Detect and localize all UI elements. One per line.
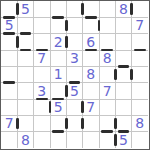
cell-r3c8[interactable]: [115, 34, 131, 50]
cell-r8c7[interactable]: [99, 115, 115, 131]
cell-r1c1[interactable]: [1, 1, 17, 17]
given-digit: 8: [119, 2, 128, 16]
cell-r6c5[interactable]: 5: [66, 83, 82, 99]
cell-r9c5[interactable]: [66, 132, 82, 148]
given-digit: 7: [86, 100, 95, 114]
consecutive-bar-horizontal: [134, 49, 146, 52]
cell-r8c1[interactable]: 7: [1, 115, 17, 131]
cell-r6c2[interactable]: [17, 83, 33, 99]
cell-r8c6[interactable]: [83, 115, 99, 131]
cell-r1c6[interactable]: [83, 1, 99, 17]
cell-r2c4[interactable]: [50, 17, 66, 33]
consecutive-bar-horizontal: [20, 49, 32, 52]
cell-r8c9[interactable]: 8: [132, 115, 148, 131]
cell-r7c1[interactable]: [1, 99, 17, 115]
given-digit: 5: [70, 84, 79, 98]
given-digit: 5: [119, 133, 128, 147]
cell-r2c6[interactable]: [83, 17, 99, 33]
consecutive-bar-horizontal: [101, 130, 113, 133]
cell-r6c9[interactable]: [132, 83, 148, 99]
cell-r6c3[interactable]: 3: [34, 83, 50, 99]
cell-r5c6[interactable]: 8: [83, 66, 99, 82]
cell-r5c2[interactable]: [17, 66, 33, 82]
cell-r9c6[interactable]: [83, 132, 99, 148]
cell-r3c4[interactable]: 2: [50, 34, 66, 50]
cell-r8c3[interactable]: [34, 115, 50, 131]
consecutive-bar-vertical: [98, 20, 101, 32]
cell-r7c7[interactable]: [99, 99, 115, 115]
given-digit: 7: [5, 116, 14, 130]
given-digit: 7: [37, 51, 46, 65]
cell-r5c5[interactable]: [66, 66, 82, 82]
cell-r3c7[interactable]: [99, 34, 115, 50]
puzzle-board: 58572673818357577885: [0, 0, 150, 150]
given-digit: 6: [86, 35, 95, 49]
consecutive-bar-vertical: [130, 3, 133, 15]
consecutive-bar-vertical: [114, 118, 117, 130]
cell-r9c7[interactable]: [99, 132, 115, 148]
cell-r9c4[interactable]: [50, 132, 66, 148]
consecutive-bar-horizontal: [52, 130, 64, 133]
consecutive-bar-vertical: [114, 134, 117, 146]
cell-r2c9[interactable]: 7: [132, 17, 148, 33]
cell-r5c7[interactable]: [99, 66, 115, 82]
cell-r1c4[interactable]: [50, 1, 66, 17]
cell-r4c4[interactable]: [50, 50, 66, 66]
board-inner: 58572673818357577885: [1, 1, 148, 148]
cell-r1c5[interactable]: [66, 1, 82, 17]
given-digit: 7: [103, 84, 112, 98]
consecutive-bar-vertical: [16, 36, 19, 48]
cell-r9c3[interactable]: [34, 132, 50, 148]
consecutive-bar-horizontal: [69, 81, 81, 84]
cell-r9c9[interactable]: [132, 132, 148, 148]
given-digit: 8: [103, 51, 112, 65]
cell-r4c3[interactable]: 7: [34, 50, 50, 66]
given-digit: 5: [54, 100, 63, 114]
cell-r9c1[interactable]: [1, 132, 17, 148]
cell-r1c7[interactable]: [99, 1, 115, 17]
consecutive-bar-vertical: [130, 69, 133, 81]
cell-r4c5[interactable]: 3: [66, 50, 82, 66]
cell-r3c6[interactable]: 6: [83, 34, 99, 50]
cell-r3c9[interactable]: [132, 34, 148, 50]
given-digit: 5: [5, 18, 14, 32]
given-digit: 1: [54, 67, 63, 81]
cell-r2c5[interactable]: [66, 17, 82, 33]
cell-r6c1[interactable]: [1, 83, 17, 99]
consecutive-bar-horizontal: [52, 16, 64, 19]
cell-r7c3[interactable]: [34, 99, 50, 115]
cell-r5c3[interactable]: [34, 66, 50, 82]
consecutive-bar-vertical: [65, 20, 68, 32]
cell-r2c3[interactable]: [34, 17, 50, 33]
cell-r7c2[interactable]: [17, 99, 33, 115]
consecutive-bar-horizontal: [118, 65, 130, 68]
cell-r3c5[interactable]: [66, 34, 82, 50]
consecutive-bar-vertical: [16, 118, 19, 130]
consecutive-bar-horizontal: [118, 130, 130, 133]
cell-r9c8[interactable]: 5: [115, 132, 131, 148]
cell-r2c1[interactable]: 5: [1, 17, 17, 33]
cell-r8c8[interactable]: [115, 115, 131, 131]
cell-r3c1[interactable]: [1, 34, 17, 50]
cell-r7c5[interactable]: [66, 99, 82, 115]
cell-r1c9[interactable]: [132, 1, 148, 17]
cell-r2c8[interactable]: [115, 17, 131, 33]
cell-r7c6[interactable]: 7: [83, 99, 99, 115]
consecutive-bar-vertical: [65, 36, 68, 48]
cell-r4c8[interactable]: [115, 50, 131, 66]
consecutive-bar-vertical: [49, 101, 52, 113]
cell-r5c4[interactable]: 1: [50, 66, 66, 82]
consecutive-bar-vertical: [114, 69, 117, 81]
cell-r7c4[interactable]: 5: [50, 99, 66, 115]
consecutive-bar-horizontal: [85, 16, 97, 19]
cell-r6c4[interactable]: [50, 83, 66, 99]
consecutive-bar-vertical: [16, 3, 19, 15]
given-digit: 3: [37, 84, 46, 98]
cell-r3c2[interactable]: [17, 34, 33, 50]
consecutive-bar-vertical: [65, 118, 68, 130]
cell-r4c9[interactable]: [132, 50, 148, 66]
cell-r9c2[interactable]: 8: [17, 132, 33, 148]
cell-r2c7[interactable]: [99, 17, 115, 33]
consecutive-bar-vertical: [81, 101, 84, 113]
cell-r8c5[interactable]: [66, 115, 82, 131]
given-digit: 3: [70, 51, 79, 65]
cell-r7c8[interactable]: [115, 99, 131, 115]
cell-r4c1[interactable]: [1, 50, 17, 66]
cell-r2c2[interactable]: [17, 17, 33, 33]
consecutive-bar-horizontal: [3, 16, 15, 19]
cell-r6c8[interactable]: [115, 83, 131, 99]
consecutive-bar-horizontal: [36, 98, 48, 101]
cell-r1c3[interactable]: [34, 1, 50, 17]
consecutive-bar-horizontal: [20, 32, 32, 35]
cell-r5c8[interactable]: [115, 66, 131, 82]
cell-r1c8[interactable]: 8: [115, 1, 131, 17]
consecutive-bar-horizontal: [3, 81, 15, 84]
given-digit: 2: [54, 35, 63, 49]
cell-r8c2[interactable]: [17, 115, 33, 131]
cell-r1c2[interactable]: 5: [17, 1, 33, 17]
consecutive-bar-vertical: [81, 3, 84, 15]
cell-r4c7[interactable]: 8: [99, 50, 115, 66]
consecutive-bar-vertical: [65, 85, 68, 97]
consecutive-bar-horizontal: [101, 49, 113, 52]
consecutive-bar-horizontal: [85, 49, 97, 52]
given-digit: 8: [135, 116, 144, 130]
cell-r3c3[interactable]: [34, 34, 50, 50]
given-digit: 8: [86, 67, 95, 81]
given-digit: 7: [135, 18, 144, 32]
given-digit: 5: [21, 2, 30, 16]
cell-r7c9[interactable]: [132, 99, 148, 115]
consecutive-bar-horizontal: [3, 32, 15, 35]
cell-r6c6[interactable]: [83, 83, 99, 99]
given-digit: 8: [21, 133, 30, 147]
cell-r6c7[interactable]: 7: [99, 83, 115, 99]
cell-r4c2[interactable]: [17, 50, 33, 66]
consecutive-bar-horizontal: [52, 98, 64, 101]
cell-r5c9[interactable]: [132, 66, 148, 82]
consecutive-bar-vertical: [81, 118, 84, 130]
cell-r5c1[interactable]: [1, 66, 17, 82]
consecutive-bar-horizontal: [36, 49, 48, 52]
cell-r4c6[interactable]: [83, 50, 99, 66]
cell-r8c4[interactable]: [50, 115, 66, 131]
